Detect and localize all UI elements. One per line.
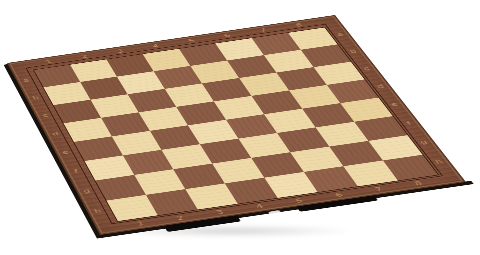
chessboard-photo: 12345678 12345678 abcdefgh abcdefgh [0,0,480,255]
board-surface: 12345678 12345678 abcdefgh abcdefgh [7,15,466,235]
chess-board: 12345678 12345678 abcdefgh abcdefgh [7,15,466,235]
